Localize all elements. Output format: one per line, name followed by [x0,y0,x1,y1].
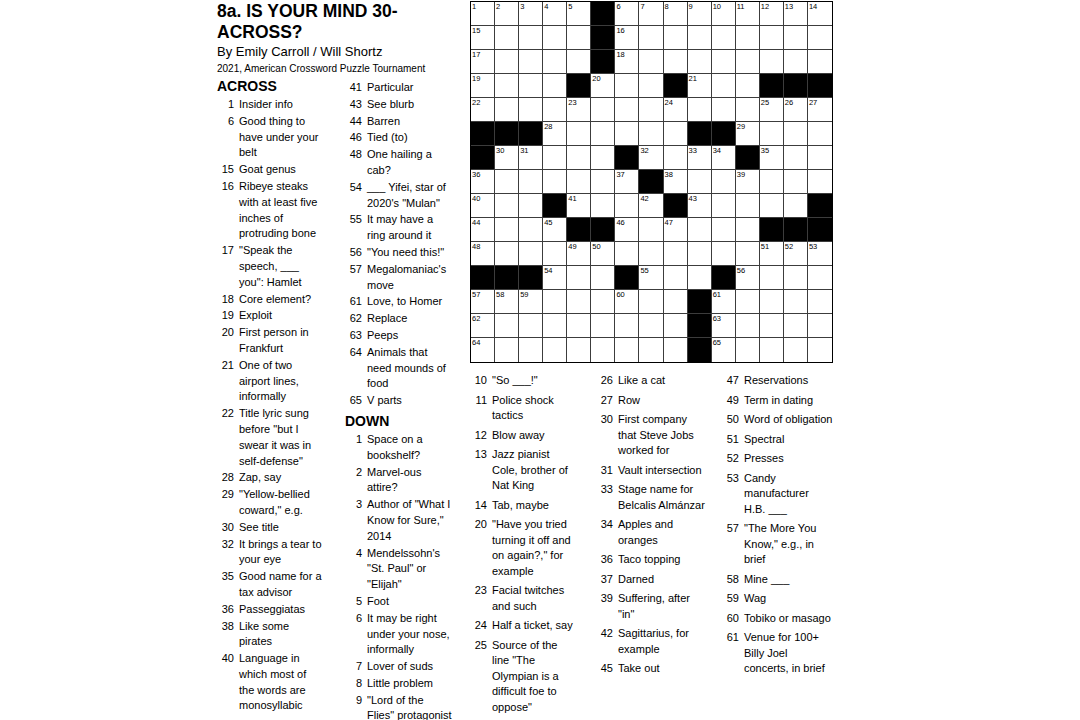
clue-number: 60 [722,611,739,627]
grid-cell[interactable] [736,194,760,218]
clue-text: "Yellow-bellied coward," e.g. [239,487,324,519]
grid-cell[interactable]: 40 [471,194,495,218]
grid-cell[interactable]: 24 [664,98,688,122]
grid-cell-black [591,218,615,242]
grid-cell[interactable]: 18 [615,50,639,74]
grid-cell[interactable] [543,290,567,314]
grid-cell[interactable] [639,74,663,98]
across-clue-65: 65V parts [345,393,452,409]
grid-cell[interactable] [784,338,808,362]
grid-cell[interactable] [495,74,519,98]
grid-cell[interactable] [688,50,712,74]
grid-cell[interactable] [784,146,808,170]
grid-cell[interactable] [495,314,519,338]
grid-cell[interactable] [688,218,712,242]
grid-cell[interactable] [495,98,519,122]
down-clue-53: 53Candy manufacturer H.B. ___ [722,471,833,518]
grid-cell[interactable]: 58 [495,290,519,314]
grid-cell[interactable] [760,194,784,218]
across-clue-6: 6Good thing to have under your belt [217,114,324,161]
grid-cell[interactable]: 6 [615,2,639,26]
grid-cell[interactable] [664,26,688,50]
grid-cell-black [639,170,663,194]
clue-text: Animals that need mounds of food [367,345,452,392]
grid-cell[interactable] [567,338,591,362]
grid-cell[interactable]: 41 [567,194,591,218]
grid-cell[interactable]: 9 [688,2,712,26]
cell-number: 17 [472,50,480,59]
grid-cell[interactable]: 22 [471,98,495,122]
down-clue-61: 61Venue for 100+ Billy Joel concerts, in… [722,630,833,677]
grid-cell-black [471,146,495,170]
grid-cell[interactable] [664,314,688,338]
grid-cell[interactable] [615,242,639,266]
grid-cell-black [543,194,567,218]
grid-cell[interactable] [736,218,760,242]
grid-cell[interactable]: 63 [712,314,736,338]
grid-cell[interactable] [543,50,567,74]
down-clue-34: 34Apples and oranges [596,517,706,548]
cell-number: 63 [713,314,721,323]
grid-cell[interactable] [712,50,736,74]
clue-number: 36 [217,602,234,618]
cell-number: 29 [737,122,745,131]
grid-cell[interactable] [760,314,784,338]
clue-text: ___ Yifei, star of 2020's "Mulan" [367,180,452,212]
grid-cell[interactable]: 60 [615,290,639,314]
grid-cell[interactable] [639,314,663,338]
grid-cell[interactable] [760,26,784,50]
grid-cell[interactable]: 17 [471,50,495,74]
grid-cell[interactable] [567,290,591,314]
clue-text: "The More You Know," e.g., in brief [744,521,833,568]
grid-cell[interactable]: 2 [495,2,519,26]
cell-number: 2 [496,2,500,11]
grid-cell[interactable]: 64 [471,338,495,362]
down-clue-3: 3Author of "What I Know for Sure," 2014 [345,497,452,544]
grid-cell[interactable]: 20 [591,74,615,98]
grid-cell[interactable] [591,122,615,146]
puzzle-title: 8a. IS YOUR MIND 30-ACROSS? [217,1,417,42]
cell-number: 22 [472,98,480,107]
grid-cell[interactable] [591,338,615,362]
grid-cell[interactable] [712,98,736,122]
clue-text: Zap, say [239,470,324,486]
grid-cell[interactable] [784,26,808,50]
down-clue-49: 49Term in dating [722,393,833,409]
grid-cell[interactable] [736,74,760,98]
grid-cell[interactable] [615,74,639,98]
grid-cell[interactable]: 42 [639,194,663,218]
cell-number: 49 [568,242,576,251]
grid-cell[interactable]: 43 [688,194,712,218]
cell-number: 12 [761,2,769,11]
clue-number: 29 [217,487,234,519]
grid-cell[interactable]: 53 [808,242,832,266]
clue-text: Tab, maybe [492,498,577,514]
grid-cell[interactable] [519,74,543,98]
grid-cell[interactable] [760,266,784,290]
across-clues-column: ACROSS 1Insider info6Good thing to have … [217,79,324,715]
grid-cell[interactable]: 30 [495,146,519,170]
grid-cell[interactable] [495,194,519,218]
cell-number: 27 [809,98,817,107]
grid-cell[interactable]: 62 [471,314,495,338]
clue-text: Blow away [492,428,577,444]
grid-cell[interactable] [736,290,760,314]
grid-cell[interactable]: 47 [664,218,688,242]
grid-cell[interactable] [639,290,663,314]
grid-cell-black [712,122,736,146]
grid-cell[interactable] [736,26,760,50]
clue-text: It may be right under your nose, informa… [367,611,452,658]
grid-cell[interactable] [519,98,543,122]
grid-cell-black [712,266,736,290]
grid-cell[interactable] [808,290,832,314]
grid-cell[interactable]: 51 [760,242,784,266]
grid-cell[interactable] [543,242,567,266]
grid-cell[interactable] [808,26,832,50]
grid-cell[interactable] [808,146,832,170]
grid-cell[interactable]: 10 [712,2,736,26]
grid-cell[interactable] [519,50,543,74]
grid-cell[interactable] [808,122,832,146]
clue-text: Author of "What I Know for Sure," 2014 [367,497,452,544]
grid-cell[interactable] [688,266,712,290]
clue-number: 51 [722,432,739,448]
grid-cell[interactable] [543,98,567,122]
cell-number: 32 [640,146,648,155]
grid-cell[interactable] [543,26,567,50]
clue-text: Mine ___ [744,572,833,588]
clue-number: 56 [345,245,362,261]
down-clue-26: 26Like a cat [596,373,706,389]
grid-cell[interactable] [519,194,543,218]
grid-cell[interactable] [712,194,736,218]
grid-cell[interactable]: 21 [688,74,712,98]
grid-cell[interactable]: 54 [543,266,567,290]
grid-cell[interactable]: 50 [591,242,615,266]
clue-text: Term in dating [744,393,833,409]
grid-cell-black [471,122,495,146]
clue-text: It may have a ring around it [367,212,452,244]
grid-cell[interactable]: 16 [615,26,639,50]
grid-cell[interactable] [688,170,712,194]
grid-cell[interactable] [664,266,688,290]
grid-cell[interactable]: 29 [736,122,760,146]
grid-cell[interactable]: 59 [519,290,543,314]
clue-number: 6 [345,611,362,658]
grid-cell[interactable] [736,50,760,74]
grid-cell[interactable] [712,26,736,50]
grid-cell[interactable]: 61 [712,290,736,314]
grid-cell[interactable] [591,194,615,218]
down-clue-1: 1Space on a bookshelf? [345,432,452,464]
grid-cell[interactable]: 3 [519,2,543,26]
grid-cell[interactable] [712,218,736,242]
down-clue-58: 58Mine ___ [722,572,833,588]
clues-col2b: 1Space on a bookshelf?2Marvel-ous attire… [345,432,452,720]
grid-cell[interactable] [519,170,543,194]
grid-cell[interactable]: 25 [760,98,784,122]
grid-cell[interactable]: 45 [543,218,567,242]
across-clue-40: 40Language in which most of the words ar… [217,651,324,714]
grid-cell[interactable] [495,170,519,194]
clue-number: 30 [217,520,234,536]
grid-cell[interactable]: 27 [808,98,832,122]
grid-cell[interactable] [639,338,663,362]
down-clue-25: 25Source of the line "The Olympian is a … [470,638,577,716]
down-clue-45: 45Take out [596,661,706,677]
clue-number: 54 [345,180,362,212]
grid-cell[interactable] [615,194,639,218]
grid-cell[interactable] [639,98,663,122]
grid-cell[interactable]: 7 [639,2,663,26]
grid-cell[interactable] [519,218,543,242]
grid-cell[interactable] [760,122,784,146]
grid-cell[interactable] [567,122,591,146]
cell-number: 4 [544,2,548,11]
grid-cell[interactable] [808,50,832,74]
grid-cell[interactable]: 12 [760,2,784,26]
grid-cell[interactable] [760,290,784,314]
grid-cell[interactable] [736,98,760,122]
grid-cell[interactable] [519,314,543,338]
grid-cell[interactable] [567,26,591,50]
grid-cell[interactable] [591,146,615,170]
grid-cell[interactable] [712,170,736,194]
grid-cell[interactable] [495,242,519,266]
grid-cell[interactable]: 55 [639,266,663,290]
grid-cell[interactable]: 56 [736,266,760,290]
across-clue-54: 54___ Yifei, star of 2020's "Mulan" [345,180,452,212]
clue-text: Insider info [239,97,324,113]
clue-text: Darned [618,572,706,588]
clue-text: Barren [367,114,452,130]
grid-cell[interactable] [495,26,519,50]
grid-cell[interactable]: 31 [519,146,543,170]
grid-cell[interactable] [784,194,808,218]
grid-cell[interactable]: 48 [471,242,495,266]
grid-cell[interactable]: 28 [543,122,567,146]
grid-cell[interactable] [639,26,663,50]
grid-cell[interactable]: 8 [664,2,688,26]
grid-cell-black [688,122,712,146]
clue-number: 19 [217,308,234,324]
clue-number: 59 [722,591,739,607]
grid-cell[interactable]: 36 [471,170,495,194]
clue-number: 45 [596,661,613,677]
grid-cell-black [591,50,615,74]
grid-cell[interactable]: 38 [664,170,688,194]
grid-cell[interactable] [639,242,663,266]
grid-cell[interactable] [808,314,832,338]
grid-cell[interactable] [784,266,808,290]
grid-cell[interactable] [591,98,615,122]
grid-cell[interactable]: 1 [471,2,495,26]
grid-cell[interactable] [784,290,808,314]
grid-cell[interactable] [543,74,567,98]
grid-cell[interactable] [664,50,688,74]
grid-cell[interactable]: 19 [471,74,495,98]
grid-cell[interactable] [615,98,639,122]
grid-cell[interactable] [495,218,519,242]
across-clue-41: 41Particular [345,80,452,96]
grid-cell[interactable] [519,338,543,362]
down-clue-7: 7Lover of suds [345,659,452,675]
down-clue-11: 11Police shock tactics [470,393,577,424]
grid-cell[interactable] [808,170,832,194]
clue-number: 49 [722,393,739,409]
cell-number: 21 [689,74,697,83]
grid-cell[interactable]: 57 [471,290,495,314]
grid-cell[interactable]: 52 [784,242,808,266]
grid-cell[interactable] [591,170,615,194]
grid-cell[interactable] [567,146,591,170]
grid-cell[interactable]: 46 [615,218,639,242]
grid-cell[interactable] [543,338,567,362]
grid-cell[interactable]: 65 [712,338,736,362]
grid-cell[interactable]: 5 [567,2,591,26]
grid-cell[interactable] [688,98,712,122]
clue-number: 6 [217,114,234,161]
grid-cell[interactable]: 13 [784,2,808,26]
cell-number: 10 [713,2,721,11]
cell-number: 26 [785,98,793,107]
grid-cell[interactable] [760,338,784,362]
cell-number: 61 [713,290,721,299]
clue-text: Sagittarius, for example [618,626,706,657]
grid-cell[interactable]: 15 [471,26,495,50]
across-clue-15: 15Goat genus [217,162,324,178]
grid-cell[interactable]: 11 [736,2,760,26]
grid-cell[interactable] [615,314,639,338]
clue-number: 15 [217,162,234,178]
clue-number: 16 [217,179,234,242]
grid-cell[interactable]: 39 [736,170,760,194]
grid-cell-black [615,146,639,170]
grid-cell[interactable] [712,74,736,98]
grid-cell[interactable] [760,170,784,194]
grid-cell[interactable] [567,266,591,290]
puzzle-source: 2021, American Crossword Puzzle Tourname… [217,63,447,74]
grid-cell[interactable] [664,242,688,266]
clue-text: Megalomaniac's move [367,262,452,294]
grid-cell[interactable] [784,122,808,146]
grid-cell[interactable]: 4 [543,2,567,26]
cell-number: 50 [592,242,600,251]
grid-cell[interactable] [664,338,688,362]
clue-text: Candy manufacturer H.B. ___ [744,471,833,518]
grid-cell[interactable]: 34 [712,146,736,170]
grid-cell[interactable] [639,122,663,146]
grid-cell[interactable] [543,314,567,338]
grid-cell[interactable] [808,338,832,362]
grid-cell[interactable] [688,242,712,266]
clue-text: Tobiko or masago [744,611,833,627]
clue-number: 36 [596,552,613,568]
grid-cell[interactable] [567,314,591,338]
grid-cell[interactable] [543,146,567,170]
grid-cell[interactable] [688,26,712,50]
grid-cell[interactable] [760,50,784,74]
grid-cell[interactable]: 26 [784,98,808,122]
grid-cell[interactable] [736,242,760,266]
clue-number: 27 [596,393,613,409]
grid-cell[interactable]: 44 [471,218,495,242]
clue-text: Police shock tactics [492,393,577,424]
grid-cell[interactable] [495,50,519,74]
grid-cell[interactable] [519,242,543,266]
header-block: 8a. IS YOUR MIND 30-ACROSS? By Emily Car… [217,1,447,74]
grid-cell[interactable] [519,26,543,50]
grid-cell[interactable] [543,170,567,194]
clue-number: 39 [596,591,613,622]
grid-cell[interactable] [784,170,808,194]
clue-text: "Have you tried turning it off and on ag… [492,517,577,579]
grid-cell[interactable] [591,290,615,314]
grid-cell-black [784,218,808,242]
grid-cell[interactable] [591,314,615,338]
grid-cell[interactable]: 37 [615,170,639,194]
across-clue-48: 48One hailing a cab? [345,147,452,179]
grid-cell[interactable] [736,314,760,338]
grid-cell[interactable] [664,146,688,170]
across-clue-16: 16Ribeye steaks with at least five inche… [217,179,324,242]
grid-cell[interactable]: 23 [567,98,591,122]
grid-cell[interactable]: 14 [808,2,832,26]
clue-text: Presses [744,451,833,467]
clue-text: Exploit [239,308,324,324]
grid-cell[interactable] [784,314,808,338]
grid-cell[interactable] [615,122,639,146]
cell-number: 5 [568,2,572,11]
grid-cell-black [688,290,712,314]
down-clue-20: 20"Have you tried turning it off and on … [470,517,577,579]
grid-cell-black [471,266,495,290]
grid-cell[interactable]: 35 [760,146,784,170]
clues-col5: 47Reservations49Term in dating50Word of … [722,373,833,677]
grid-cell[interactable] [664,290,688,314]
grid-cell[interactable] [808,266,832,290]
clue-text: Language in which most of the words are … [239,651,324,714]
grid-cell[interactable] [712,242,736,266]
crossword-grid: 1234567891011121314151617181920212223242… [470,1,833,363]
clue-text: Word of obligation [744,412,833,428]
clue-text: Apples and oranges [618,517,706,548]
cell-number: 65 [713,338,721,347]
grid-cell[interactable] [567,50,591,74]
across-clue-57: 57Megalomaniac's move [345,262,452,294]
grid-cell[interactable] [784,50,808,74]
grid-cell[interactable] [615,338,639,362]
across-clue-43: 43See blurb [345,97,452,113]
grid-cell[interactable]: 33 [688,146,712,170]
grid-cell[interactable] [639,50,663,74]
grid-cell[interactable] [495,338,519,362]
grid-cell[interactable] [736,338,760,362]
cell-number: 60 [616,290,624,299]
cell-number: 24 [665,98,673,107]
clue-number: 17 [217,243,234,290]
grid-cell[interactable] [567,170,591,194]
grid-cell[interactable] [664,122,688,146]
clue-text: Replace [367,311,452,327]
grid-cell[interactable]: 32 [639,146,663,170]
grid-cell[interactable] [591,266,615,290]
grid-cell[interactable]: 49 [567,242,591,266]
grid-cell[interactable] [639,218,663,242]
